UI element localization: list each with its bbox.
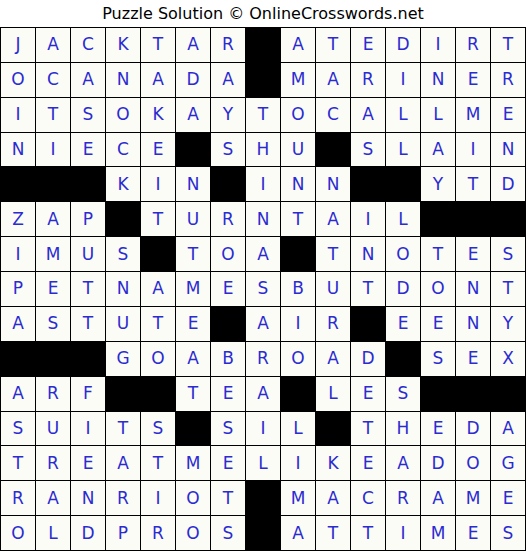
grid-cell: L [316, 377, 350, 411]
grid-cell: S [71, 98, 105, 132]
grid-cell: A [106, 446, 140, 480]
grid-cell: B [211, 342, 245, 376]
grid-cell: E [456, 342, 490, 376]
black-cell [491, 377, 525, 411]
grid-cell: O [1, 516, 35, 550]
grid-cell: A [36, 481, 70, 515]
grid-cell: N [176, 167, 210, 201]
page-title: Puzzle Solution © OnlineCrosswords.net [102, 4, 424, 23]
grid-cell: A [1, 377, 35, 411]
grid-cell: T [36, 98, 70, 132]
grid-cell: E [211, 446, 245, 480]
black-cell [141, 377, 175, 411]
grid-cell: L [246, 446, 280, 480]
grid-cell: E [141, 133, 175, 167]
crossword-grid: JACKTARATEDIRTOCANADAMARINERITSOKAYTOCAL… [0, 27, 526, 551]
grid-cell: N [421, 63, 455, 97]
grid-cell: A [141, 63, 175, 97]
grid-cell: N [351, 237, 385, 271]
grid-cell: E [491, 98, 525, 132]
grid-cell: O [456, 446, 490, 480]
grid-cell: K [316, 446, 350, 480]
grid-cell: L [386, 202, 420, 236]
grid-cell: N [1, 133, 35, 167]
grid-cell: L [281, 412, 315, 446]
grid-cell: E [71, 446, 105, 480]
grid-cell: U [106, 307, 140, 341]
grid-cell: N [456, 307, 490, 341]
grid-cell: E [386, 307, 420, 341]
grid-cell: O [141, 342, 175, 376]
grid-cell: P [71, 202, 105, 236]
black-cell [246, 63, 280, 97]
grid-cell: T [491, 272, 525, 306]
grid-cell: M [176, 272, 210, 306]
grid-cell: M [421, 516, 455, 550]
grid-cell: S [491, 516, 525, 550]
black-cell [351, 307, 385, 341]
black-cell [421, 202, 455, 236]
black-cell [36, 167, 70, 201]
grid-cell: I [1, 237, 35, 271]
grid-cell: C [71, 28, 105, 62]
black-cell [281, 377, 315, 411]
grid-cell: T [141, 28, 175, 62]
grid-cell: I [141, 481, 175, 515]
grid-cell: C [316, 98, 350, 132]
grid-cell: R [36, 446, 70, 480]
grid-cell: O [386, 237, 420, 271]
black-cell [316, 412, 350, 446]
grid-cell: T [176, 237, 210, 271]
black-cell [386, 342, 420, 376]
grid-cell: I [71, 412, 105, 446]
grid-cell: M [456, 98, 490, 132]
grid-cell: H [246, 133, 280, 167]
title-bar: Puzzle Solution © OnlineCrosswords.net [0, 0, 526, 27]
grid-cell: A [36, 28, 70, 62]
grid-cell: S [386, 377, 420, 411]
grid-cell: F [71, 377, 105, 411]
grid-cell: Y [211, 98, 245, 132]
grid-cell: S [351, 133, 385, 167]
grid-cell: E [456, 237, 490, 271]
grid-cell: I [281, 446, 315, 480]
grid-cell: T [316, 516, 350, 550]
grid-cell: K [106, 28, 140, 62]
grid-cell: T [141, 202, 175, 236]
grid-cell: O [176, 481, 210, 515]
grid-cell: T [106, 412, 140, 446]
grid-cell: T [491, 28, 525, 62]
grid-cell: O [176, 516, 210, 550]
black-cell [211, 307, 245, 341]
grid-cell: R [211, 28, 245, 62]
grid-cell: R [1, 481, 35, 515]
grid-cell: S [491, 237, 525, 271]
grid-cell: I [246, 412, 280, 446]
grid-cell: L [421, 98, 455, 132]
grid-cell: R [386, 481, 420, 515]
grid-cell: T [141, 446, 175, 480]
black-cell [36, 342, 70, 376]
grid-cell: I [246, 167, 280, 201]
black-cell [491, 202, 525, 236]
grid-cell: S [1, 412, 35, 446]
grid-cell: A [176, 342, 210, 376]
black-cell [1, 167, 35, 201]
grid-cell: L [36, 516, 70, 550]
grid-cell: N [106, 63, 140, 97]
grid-cell: B [281, 272, 315, 306]
grid-cell: S [246, 272, 280, 306]
grid-cell: T [456, 167, 490, 201]
grid-cell: T [421, 237, 455, 271]
grid-cell: D [71, 516, 105, 550]
grid-cell: E [351, 446, 385, 480]
grid-cell: E [211, 272, 245, 306]
grid-cell: M [281, 63, 315, 97]
grid-cell: A [421, 481, 455, 515]
grid-cell: T [1, 446, 35, 480]
grid-cell: A [141, 272, 175, 306]
grid-cell: E [421, 307, 455, 341]
grid-cell: R [456, 28, 490, 62]
grid-cell: G [106, 342, 140, 376]
grid-cell: T [71, 307, 105, 341]
grid-cell: U [316, 272, 350, 306]
grid-cell: N [106, 272, 140, 306]
grid-cell: T [281, 202, 315, 236]
grid-cell: E [456, 516, 490, 550]
grid-cell: D [421, 446, 455, 480]
grid-cell: A [421, 133, 455, 167]
grid-cell: J [1, 28, 35, 62]
grid-cell: A [351, 98, 385, 132]
grid-cell: I [1, 98, 35, 132]
grid-cell: M [281, 481, 315, 515]
grid-cell: A [211, 63, 245, 97]
grid-cell: R [211, 202, 245, 236]
grid-cell: A [1, 307, 35, 341]
grid-cell: E [351, 28, 385, 62]
grid-cell: O [1, 63, 35, 97]
grid-cell: E [456, 63, 490, 97]
grid-cell: A [316, 63, 350, 97]
grid-cell: A [491, 412, 525, 446]
grid-cell: D [351, 342, 385, 376]
grid-cell: N [316, 167, 350, 201]
grid-cell: R [141, 516, 175, 550]
grid-cell: P [1, 272, 35, 306]
grid-cell: O [421, 272, 455, 306]
grid-cell: C [106, 133, 140, 167]
grid-cell: A [246, 377, 280, 411]
puzzle-page: Puzzle Solution © OnlineCrosswords.net J… [0, 0, 526, 551]
black-cell [316, 133, 350, 167]
grid-cell: A [316, 202, 350, 236]
grid-cell: S [211, 516, 245, 550]
grid-cell: E [351, 377, 385, 411]
black-cell [106, 377, 140, 411]
black-cell [1, 342, 35, 376]
black-cell [211, 167, 245, 201]
grid-cell: D [176, 63, 210, 97]
grid-cell: I [386, 516, 420, 550]
grid-cell: U [36, 412, 70, 446]
grid-cell: S [421, 342, 455, 376]
black-cell [71, 167, 105, 201]
grid-cell: A [316, 481, 350, 515]
grid-cell: R [316, 307, 350, 341]
grid-cell: Y [491, 307, 525, 341]
grid-cell: U [176, 202, 210, 236]
black-cell [176, 412, 210, 446]
grid-cell: R [246, 342, 280, 376]
black-cell [246, 481, 280, 515]
grid-cell: D [491, 167, 525, 201]
black-cell [106, 202, 140, 236]
grid-cell: N [456, 272, 490, 306]
grid-cell: H [386, 412, 420, 446]
grid-cell: C [36, 63, 70, 97]
grid-cell: S [106, 237, 140, 271]
grid-cell: O [281, 98, 315, 132]
grid-cell: A [176, 28, 210, 62]
grid-cell: R [106, 481, 140, 515]
grid-cell: Y [421, 167, 455, 201]
grid-cell: X [491, 342, 525, 376]
grid-cell: E [176, 307, 210, 341]
grid-cell: T [71, 272, 105, 306]
grid-cell: K [141, 98, 175, 132]
grid-cell: U [71, 237, 105, 271]
grid-cell: I [281, 307, 315, 341]
grid-cell: M [36, 237, 70, 271]
grid-cell: S [36, 307, 70, 341]
grid-cell: I [421, 28, 455, 62]
black-cell [456, 377, 490, 411]
grid-cell: T [141, 307, 175, 341]
black-cell [421, 377, 455, 411]
grid-cell: T [351, 272, 385, 306]
grid-cell: I [351, 202, 385, 236]
grid-cell: A [36, 202, 70, 236]
grid-cell: I [456, 133, 490, 167]
grid-cell: S [211, 133, 245, 167]
grid-cell: K [106, 167, 140, 201]
grid-cell: A [176, 98, 210, 132]
grid-cell: N [491, 133, 525, 167]
grid-cell: A [316, 342, 350, 376]
grid-cell: S [141, 412, 175, 446]
grid-cell: S [211, 412, 245, 446]
grid-cell: N [246, 202, 280, 236]
grid-cell: N [281, 167, 315, 201]
grid-cell: O [281, 342, 315, 376]
grid-cell: A [246, 307, 280, 341]
grid-cell: T [316, 28, 350, 62]
grid-cell: T [351, 516, 385, 550]
grid-cell: R [351, 63, 385, 97]
grid-cell: D [386, 272, 420, 306]
grid-cell: D [456, 412, 490, 446]
grid-cell: A [246, 237, 280, 271]
grid-cell: R [491, 63, 525, 97]
black-cell [281, 237, 315, 271]
grid-cell: N [71, 481, 105, 515]
black-cell [246, 516, 280, 550]
grid-cell: O [106, 98, 140, 132]
grid-cell: A [281, 28, 315, 62]
grid-cell: T [316, 237, 350, 271]
black-cell [176, 133, 210, 167]
black-cell [71, 342, 105, 376]
grid-cell: L [386, 133, 420, 167]
grid-cell: A [281, 516, 315, 550]
black-cell [386, 167, 420, 201]
grid-cell: O [211, 237, 245, 271]
grid-cell: D [386, 28, 420, 62]
grid-cell: E [71, 133, 105, 167]
grid-cell: L [386, 98, 420, 132]
grid-cell: R [36, 377, 70, 411]
grid-cell: C [351, 481, 385, 515]
black-cell [141, 237, 175, 271]
grid-cell: M [456, 481, 490, 515]
black-cell [456, 202, 490, 236]
grid-cell: M [176, 446, 210, 480]
grid-cell: A [386, 446, 420, 480]
grid-cell: T [176, 377, 210, 411]
grid-cell: I [36, 133, 70, 167]
grid-cell: T [211, 481, 245, 515]
grid-cell: I [386, 63, 420, 97]
grid-cell: T [351, 412, 385, 446]
grid-cell: E [36, 272, 70, 306]
grid-cell: A [71, 63, 105, 97]
grid-cell: E [211, 377, 245, 411]
grid-cell: I [141, 167, 175, 201]
black-cell [351, 167, 385, 201]
grid-cell: U [281, 133, 315, 167]
grid-cell: Z [1, 202, 35, 236]
grid-cell: T [246, 98, 280, 132]
grid-cell: E [491, 481, 525, 515]
black-cell [246, 28, 280, 62]
grid-cell: E [421, 412, 455, 446]
grid-cell: G [491, 446, 525, 480]
grid-cell: P [106, 516, 140, 550]
